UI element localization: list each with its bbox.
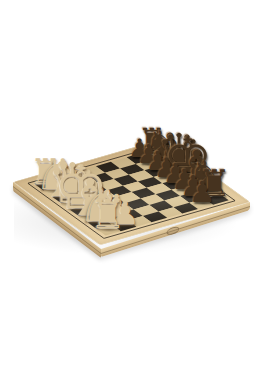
piece-white-rook-h1[interactable]: ♜ — [90, 195, 126, 235]
pieces-layer: ♜♞♝♛♚♝♞♜♟♟♟♟♟♟♟♟♟♟♟♟♟♟♟♟♜♞♝♛♚♝♞♜ — [0, 0, 256, 390]
product-photo: ♜♞♝♛♚♝♞♜♟♟♟♟♟♟♟♟♟♟♟♟♟♟♟♟♜♞♝♛♚♝♞♜ — [0, 0, 256, 390]
piece-black-pawn-h7[interactable]: ♟ — [189, 178, 215, 207]
